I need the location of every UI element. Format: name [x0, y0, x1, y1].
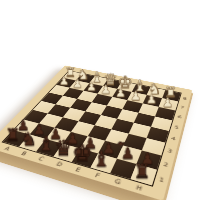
square-f6 — [122, 100, 142, 113]
board-tilt-wrapper: ♜♞♝♛♚♝♞♜♟♟♟♟♟♟♟♟♞♟♟♟♟♟♟♟♟♜♞♝♛♚♝♜ ABCDEFG… — [0, 65, 192, 200]
chess-set-photo: ♜♞♝♛♚♝♞♜♟♟♟♟♟♟♟♟♞♟♟♟♟♟♟♟♟♜♞♝♛♚♝♜ ABCDEFG… — [0, 0, 200, 200]
chess-board: ♜♞♝♛♚♝♞♜♟♟♟♟♟♟♟♟♞♟♟♟♟♟♟♟♟♜♞♝♛♚♝♜ ABCDEFG… — [0, 65, 192, 200]
piece-white-pawn-f7: ♟ — [130, 90, 141, 102]
rank-label-3: 3 — [163, 143, 176, 158]
piece-dark-king-e1: ♚ — [72, 142, 93, 165]
piece-white-pawn-h7: ♟ — [162, 96, 173, 109]
piece-white-pawn-a7: ♟ — [59, 75, 69, 86]
piece-dark-knight-b1: ♞ — [21, 131, 37, 149]
piece-dark-pawn-g2: ♟ — [120, 145, 134, 160]
piece-dark-rook-a1: ♜ — [5, 127, 20, 144]
piece-white-pawn-c7: ♟ — [86, 81, 96, 93]
piece-dark-bishop-f1: ♝ — [92, 149, 111, 170]
square-g6 — [138, 104, 158, 117]
piece-dark-queen-d1: ♛ — [54, 138, 73, 159]
piece-white-pawn-d7: ♟ — [100, 83, 111, 95]
piece-dark-rook-h1: ♜ — [133, 162, 150, 181]
piece-white-pawn-e7: ♟ — [115, 86, 126, 98]
piece-white-pawn-b7: ♟ — [72, 78, 82, 90]
piece-dark-bishop-c1: ♝ — [37, 134, 55, 154]
piece-white-pawn-g7: ♟ — [146, 93, 157, 105]
